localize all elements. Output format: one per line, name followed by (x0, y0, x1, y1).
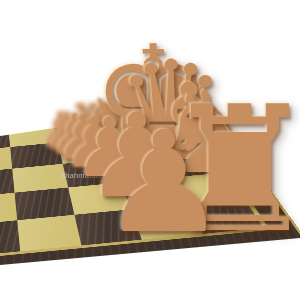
pieces-layer: ♟♜♟♞♟♝♟♛♟♚♟♝♟♞♟♜ (0, 0, 300, 300)
pawn-piece: ♟ (42, 106, 93, 157)
pawn-piece: ♟ (60, 107, 131, 178)
pawn-piece: ♟ (69, 107, 151, 189)
bishop-piece: ♝ (91, 68, 175, 152)
rook-piece: ♜ (63, 96, 126, 159)
pawn-piece: ♟ (47, 106, 104, 163)
king-piece: ♚ (86, 28, 221, 163)
pawn-piece: ♟ (79, 98, 195, 214)
knight-piece: ♞ (75, 85, 149, 159)
rook-piece: ♜ (153, 83, 300, 257)
bishop-piece: ♝ (136, 70, 242, 176)
chess-set-photo: Shahmatoff.ru ♟♜♟♞♟♝♟♛♟♚♟♝♟♞♟♜ (0, 0, 300, 300)
knight-piece: ♞ (151, 76, 265, 190)
pawn-piece: ♟ (37, 105, 85, 153)
queen-piece: ♛ (111, 45, 232, 166)
pawn-piece: ♟ (53, 106, 116, 169)
pawn-piece: ♟ (94, 113, 234, 253)
